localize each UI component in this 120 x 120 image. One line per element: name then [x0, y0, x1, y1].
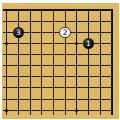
grid-line-vertical-3 [41, 10, 42, 115]
diagram-background: 123 [0, 0, 120, 120]
grid-line-vertical-5 [65, 10, 66, 115]
grid-line-vertical-1 [18, 10, 19, 115]
grid-line-horizontal-4 [3, 54, 114, 55]
move-number-label: 2 [63, 29, 68, 37]
board-top-edge-line [3, 9, 114, 11]
grid-line-horizontal-6 [3, 76, 114, 77]
board-right-edge-line [111, 10, 113, 115]
grid-line-horizontal-3 [3, 43, 114, 44]
grid-line-vertical-8 [100, 10, 101, 115]
grid-line-vertical-0 [6, 10, 7, 115]
move-number-label: 3 [16, 29, 21, 37]
star-point-K16 [5, 42, 8, 45]
grid-line-horizontal-1 [3, 21, 114, 22]
grid-line-horizontal-9 [3, 110, 114, 111]
grid-line-vertical-6 [76, 10, 77, 115]
star-point-K10 [5, 109, 8, 112]
grid-line-horizontal-8 [3, 99, 114, 100]
grid-line-horizontal-5 [3, 65, 114, 66]
black-stone-move-1[interactable]: 1 [83, 38, 94, 49]
black-stone-move-3[interactable]: 3 [13, 27, 24, 38]
grid-line-horizontal-7 [3, 87, 114, 88]
grid-line-vertical-2 [30, 10, 31, 115]
grid-line-vertical-4 [53, 10, 54, 115]
star-point-Q10 [75, 109, 78, 112]
white-stone-move-2[interactable]: 2 [59, 27, 70, 38]
move-number-label: 1 [86, 40, 91, 48]
grid-line-vertical-7 [88, 10, 89, 115]
star-point-Q16 [75, 42, 78, 45]
go-board[interactable]: 123 [2, 3, 119, 119]
